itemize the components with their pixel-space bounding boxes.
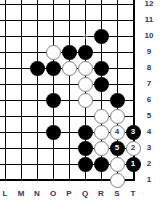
row-label-8: 8 [138,63,160,73]
row-label-11: 11 [138,15,160,25]
black-stone-S6 [110,93,125,108]
move-number: 2 [131,144,135,152]
black-stone-R8 [94,61,109,76]
black-stone-P9 [62,45,77,60]
row-label-4: 4 [138,127,160,137]
column-label-N: N [29,189,45,199]
column-label-L: L [0,189,13,199]
black-stone-N8 [30,61,45,76]
black-stone-Q9 [78,45,93,60]
white-stone-S4: 4 [110,125,125,140]
row-label-7: 7 [138,79,160,89]
white-stone-R3 [94,141,109,156]
row-label-5: 5 [138,111,160,121]
black-stone-R2 [94,157,109,172]
black-stone-O6 [46,93,61,108]
black-stone-R7 [94,77,109,92]
row-label-10: 10 [138,31,160,41]
black-stone-S3: 5 [110,141,125,156]
move-number: 3 [131,128,135,136]
row-label-2: 2 [138,159,160,169]
black-stone-R10 [94,29,109,44]
column-label-R: R [93,189,109,199]
column-label-P: P [61,189,77,199]
column-label-Q: Q [77,189,93,199]
white-stone-S5 [110,109,125,124]
grid-line [37,0,38,181]
black-stone-O4 [46,125,61,140]
row-label-3: 3 [138,143,160,153]
black-stone-Q2 [78,157,93,172]
row-label-9: 9 [138,47,160,57]
column-label-S: S [109,189,125,199]
grid-line [53,0,54,181]
column-label-M: M [13,189,29,199]
move-number: 1 [131,160,135,168]
star-point-icon [83,34,88,39]
white-stone-R4 [94,125,109,140]
go-diagram: 35142 121110987654321LMNOPQRST [0,0,164,212]
move-number: 5 [115,144,119,152]
column-label-T: T [125,189,141,199]
move-number: 4 [115,128,119,136]
grid-line [69,0,70,181]
row-label-1: 1 [138,175,160,185]
white-stone-Q7 [78,77,93,92]
row-label-6: 6 [138,95,160,105]
white-stone-O9 [46,45,61,60]
white-stone-Q8 [78,61,93,76]
grid-line [21,0,22,181]
row-label-12: 12 [138,0,160,9]
white-stone-S2 [110,157,125,172]
white-stone-P8 [62,61,77,76]
white-stone-Q6 [78,93,93,108]
black-stone-Q4 [78,125,93,140]
column-label-O: O [45,189,61,199]
black-stone-Q3 [78,141,93,156]
grid-line [5,0,6,181]
black-stone-O8 [46,61,61,76]
white-stone-S1 [110,173,125,188]
white-stone-R5 [94,109,109,124]
